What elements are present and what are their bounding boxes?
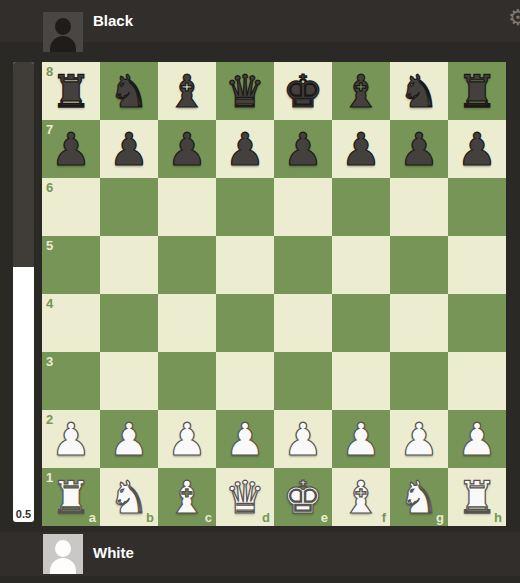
square-d5[interactable] [216, 236, 274, 294]
white-pawn[interactable]: ♟ [51, 417, 91, 462]
black-player-name: Black [93, 13, 133, 29]
rank-label-4: 4 [46, 297, 53, 310]
square-b2[interactable]: ♟ [100, 410, 158, 468]
square-c5[interactable] [158, 236, 216, 294]
white-rook[interactable]: ♜ [457, 475, 497, 520]
square-e4[interactable] [274, 294, 332, 352]
square-e8[interactable]: ♚ [274, 62, 332, 120]
square-h7[interactable]: ♟ [448, 120, 506, 178]
white-player-name: White [93, 545, 134, 561]
square-a2[interactable]: 2♟ [42, 410, 100, 468]
square-g4[interactable] [390, 294, 448, 352]
white-king[interactable]: ♚ [283, 475, 323, 520]
white-pawn[interactable]: ♟ [167, 417, 207, 462]
white-rook[interactable]: ♜ [51, 475, 91, 520]
square-c8[interactable]: ♝ [158, 62, 216, 120]
square-e6[interactable] [274, 178, 332, 236]
black-pawn[interactable]: ♟ [283, 127, 323, 172]
settings-gear-icon[interactable]: ⚙ [508, 7, 520, 29]
white-pawn[interactable]: ♟ [457, 417, 497, 462]
square-f4[interactable] [332, 294, 390, 352]
square-c6[interactable] [158, 178, 216, 236]
evaluation-bar-black-section [13, 62, 34, 267]
analysis-page: Black ⚙ 0.5 8♜♞♝♛♚♝♞♜7♟♟♟♟♟♟♟♟65432♟♟♟♟♟… [0, 0, 520, 583]
white-queen[interactable]: ♛ [225, 475, 265, 520]
white-player-avatar [43, 534, 83, 574]
rank-label-3: 3 [46, 355, 53, 368]
square-e5[interactable] [274, 236, 332, 294]
square-h4[interactable] [448, 294, 506, 352]
square-c2[interactable]: ♟ [158, 410, 216, 468]
square-f1[interactable]: f♝ [332, 468, 390, 526]
square-e1[interactable]: e♚ [274, 468, 332, 526]
square-b5[interactable] [100, 236, 158, 294]
square-b3[interactable] [100, 352, 158, 410]
black-pawn[interactable]: ♟ [51, 127, 91, 172]
square-h2[interactable]: ♟ [448, 410, 506, 468]
black-rook[interactable]: ♜ [51, 69, 91, 114]
black-bishop[interactable]: ♝ [341, 69, 381, 114]
black-queen[interactable]: ♛ [225, 69, 265, 114]
white-pawn[interactable]: ♟ [399, 417, 439, 462]
square-d6[interactable] [216, 178, 274, 236]
square-d1[interactable]: d♛ [216, 468, 274, 526]
white-pawn[interactable]: ♟ [283, 417, 323, 462]
black-pawn[interactable]: ♟ [341, 127, 381, 172]
black-king[interactable]: ♚ [283, 69, 323, 114]
square-a1[interactable]: 1a♜ [42, 468, 100, 526]
square-a8[interactable]: 8♜ [42, 62, 100, 120]
chess-board: 8♜♞♝♛♚♝♞♜7♟♟♟♟♟♟♟♟65432♟♟♟♟♟♟♟♟1a♜b♞c♝d♛… [42, 62, 506, 526]
square-h8[interactable]: ♜ [448, 62, 506, 120]
square-f8[interactable]: ♝ [332, 62, 390, 120]
black-rook[interactable]: ♜ [457, 69, 497, 114]
square-f3[interactable] [332, 352, 390, 410]
square-c3[interactable] [158, 352, 216, 410]
square-g1[interactable]: g♞ [390, 468, 448, 526]
square-b1[interactable]: b♞ [100, 468, 158, 526]
square-g6[interactable] [390, 178, 448, 236]
square-c7[interactable]: ♟ [158, 120, 216, 178]
square-h3[interactable] [448, 352, 506, 410]
black-knight[interactable]: ♞ [109, 69, 149, 114]
square-g5[interactable] [390, 236, 448, 294]
black-pawn[interactable]: ♟ [457, 127, 497, 172]
black-player-avatar [43, 12, 83, 52]
black-pawn[interactable]: ♟ [167, 127, 207, 172]
rank-label-6: 6 [46, 181, 53, 194]
square-h5[interactable] [448, 236, 506, 294]
white-pawn[interactable]: ♟ [225, 417, 265, 462]
square-a5[interactable]: 5 [42, 236, 100, 294]
square-a7[interactable]: 7♟ [42, 120, 100, 178]
square-d7[interactable]: ♟ [216, 120, 274, 178]
white-pawn[interactable]: ♟ [341, 417, 381, 462]
square-b7[interactable]: ♟ [100, 120, 158, 178]
file-label-f: f [382, 511, 386, 524]
square-b4[interactable] [100, 294, 158, 352]
square-e3[interactable] [274, 352, 332, 410]
square-h6[interactable] [448, 178, 506, 236]
square-a3[interactable]: 3 [42, 352, 100, 410]
square-g2[interactable]: ♟ [390, 410, 448, 468]
square-f2[interactable]: ♟ [332, 410, 390, 468]
square-f5[interactable] [332, 236, 390, 294]
black-knight[interactable]: ♞ [399, 69, 439, 114]
black-pawn[interactable]: ♟ [225, 127, 265, 172]
black-pawn[interactable]: ♟ [399, 127, 439, 172]
evaluation-score: 0.5 [13, 508, 34, 520]
square-c1[interactable]: c♝ [158, 468, 216, 526]
square-f6[interactable] [332, 178, 390, 236]
square-e7[interactable]: ♟ [274, 120, 332, 178]
square-h1[interactable]: h♜ [448, 468, 506, 526]
black-pawn[interactable]: ♟ [109, 127, 149, 172]
square-d8[interactable]: ♛ [216, 62, 274, 120]
square-g7[interactable]: ♟ [390, 120, 448, 178]
square-b8[interactable]: ♞ [100, 62, 158, 120]
square-f7[interactable]: ♟ [332, 120, 390, 178]
white-pawn[interactable]: ♟ [109, 417, 149, 462]
square-e2[interactable]: ♟ [274, 410, 332, 468]
square-b6[interactable] [100, 178, 158, 236]
white-bishop[interactable]: ♝ [341, 475, 381, 520]
square-d4[interactable] [216, 294, 274, 352]
white-knight[interactable]: ♞ [399, 475, 439, 520]
rank-label-5: 5 [46, 239, 53, 252]
square-g3[interactable] [390, 352, 448, 410]
evaluation-bar: 0.5 [13, 62, 34, 522]
white-knight[interactable]: ♞ [109, 475, 149, 520]
black-bishop[interactable]: ♝ [167, 69, 207, 114]
square-a6[interactable]: 6 [42, 178, 100, 236]
square-g8[interactable]: ♞ [390, 62, 448, 120]
square-d2[interactable]: ♟ [216, 410, 274, 468]
white-bishop[interactable]: ♝ [167, 475, 207, 520]
square-c4[interactable] [158, 294, 216, 352]
square-d3[interactable] [216, 352, 274, 410]
square-a4[interactable]: 4 [42, 294, 100, 352]
